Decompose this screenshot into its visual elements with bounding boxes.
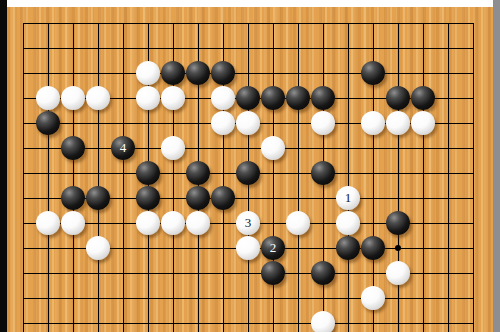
- white-stone[interactable]: [36, 86, 60, 110]
- grid-line-horizontal: [23, 73, 474, 74]
- black-stone[interactable]: [186, 161, 210, 185]
- black-stone[interactable]: [161, 61, 185, 85]
- black-stone[interactable]: [136, 161, 160, 185]
- white-stone[interactable]: [386, 111, 410, 135]
- grid-line-vertical: [123, 23, 124, 332]
- white-stone[interactable]: [211, 86, 235, 110]
- star-point: [395, 245, 401, 251]
- grid-line-vertical: [448, 23, 449, 332]
- white-stone[interactable]: [311, 111, 335, 135]
- black-stone[interactable]: [61, 136, 85, 160]
- go-board-surface[interactable]: 4132: [0, 0, 500, 332]
- white-stone[interactable]: [361, 111, 385, 135]
- white-stone[interactable]: [86, 236, 110, 260]
- white-stone[interactable]: [136, 61, 160, 85]
- white-stone[interactable]: [411, 111, 435, 135]
- grid-line-horizontal: [23, 48, 474, 49]
- move-number-label: 4: [111, 136, 135, 160]
- white-stone[interactable]: [61, 86, 85, 110]
- grid-line-vertical: [98, 23, 99, 332]
- black-stone[interactable]: [136, 186, 160, 210]
- white-stone[interactable]: 1: [336, 186, 360, 210]
- black-stone[interactable]: [361, 61, 385, 85]
- black-stone[interactable]: [311, 261, 335, 285]
- grid-line-vertical: [423, 23, 424, 332]
- black-stone[interactable]: [386, 86, 410, 110]
- black-stone[interactable]: [361, 236, 385, 260]
- black-stone[interactable]: [286, 86, 310, 110]
- window-edge-right: [493, 0, 500, 332]
- white-stone[interactable]: [336, 211, 360, 235]
- white-stone[interactable]: [286, 211, 310, 235]
- white-stone[interactable]: [36, 211, 60, 235]
- move-number-label: 1: [336, 186, 360, 210]
- grid-line-horizontal: [23, 23, 474, 24]
- black-stone[interactable]: [211, 186, 235, 210]
- white-stone[interactable]: [236, 236, 260, 260]
- black-stone[interactable]: 2: [261, 236, 285, 260]
- white-stone[interactable]: [136, 86, 160, 110]
- grid-line-vertical: [48, 23, 49, 332]
- go-board-screenshot: 4132: [0, 0, 500, 332]
- black-stone[interactable]: [261, 261, 285, 285]
- move-number-label: 3: [236, 211, 260, 235]
- black-stone[interactable]: [236, 161, 260, 185]
- grid-line-horizontal: [23, 148, 474, 149]
- black-stone[interactable]: [261, 86, 285, 110]
- black-stone[interactable]: [336, 236, 360, 260]
- white-stone[interactable]: [61, 211, 85, 235]
- black-stone[interactable]: [311, 161, 335, 185]
- grid-line-vertical: [348, 23, 349, 332]
- black-stone[interactable]: [211, 61, 235, 85]
- white-stone[interactable]: [161, 86, 185, 110]
- move-number-label: 2: [261, 236, 285, 260]
- grid-line-horizontal: [23, 323, 474, 324]
- grid-line-vertical: [398, 23, 399, 332]
- black-stone[interactable]: [86, 186, 110, 210]
- black-stone[interactable]: [186, 61, 210, 85]
- white-stone[interactable]: [211, 111, 235, 135]
- white-stone[interactable]: [311, 311, 335, 332]
- grid-line-horizontal: [23, 298, 474, 299]
- white-stone[interactable]: [186, 211, 210, 235]
- white-stone[interactable]: [161, 136, 185, 160]
- white-stone[interactable]: [361, 286, 385, 310]
- white-stone[interactable]: 3: [236, 211, 260, 235]
- grid-line-vertical: [23, 23, 24, 332]
- black-stone[interactable]: [61, 186, 85, 210]
- window-edge-top: [0, 0, 500, 7]
- black-stone[interactable]: [386, 211, 410, 235]
- white-stone[interactable]: [261, 136, 285, 160]
- grid-line-vertical: [473, 23, 474, 332]
- grid-line-vertical: [273, 23, 274, 332]
- grid-line-vertical: [73, 23, 74, 332]
- white-stone[interactable]: [236, 111, 260, 135]
- black-stone[interactable]: [411, 86, 435, 110]
- white-stone[interactable]: [386, 261, 410, 285]
- black-stone[interactable]: 4: [111, 136, 135, 160]
- black-stone[interactable]: [311, 86, 335, 110]
- white-stone[interactable]: [136, 211, 160, 235]
- grid-line-vertical: [298, 23, 299, 332]
- black-stone[interactable]: [36, 111, 60, 135]
- black-stone[interactable]: [236, 86, 260, 110]
- white-stone[interactable]: [86, 86, 110, 110]
- white-stone[interactable]: [161, 211, 185, 235]
- window-edge-left: [0, 0, 7, 332]
- black-stone[interactable]: [186, 186, 210, 210]
